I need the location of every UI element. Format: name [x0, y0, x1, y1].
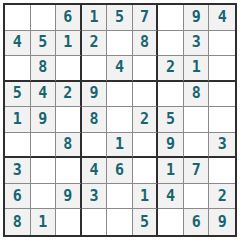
given-digit: 1 [89, 10, 98, 25]
cell-r3c7[interactable]: 2 [158, 56, 184, 82]
cell-r7c8[interactable]: 7 [184, 158, 210, 184]
given-digit: 5 [115, 10, 124, 25]
cell-r8c3[interactable]: 9 [56, 184, 82, 210]
sudoku-board-frame: 6157944512838421542981982581933461769314… [3, 3, 237, 237]
cell-r9c7[interactable] [158, 209, 184, 235]
cell-r6c7[interactable]: 9 [158, 133, 184, 159]
cell-r9c9[interactable]: 9 [209, 209, 235, 235]
cell-r6c5[interactable]: 1 [107, 133, 133, 159]
cell-r6c9[interactable]: 3 [209, 133, 235, 159]
given-digit: 5 [140, 215, 149, 230]
given-digit: 9 [63, 189, 72, 204]
cell-r7c9[interactable] [209, 158, 235, 184]
given-digit: 8 [192, 86, 201, 101]
given-digit: 9 [218, 215, 227, 230]
given-digit: 8 [63, 137, 72, 152]
given-digit: 6 [63, 10, 72, 25]
cell-r1c9[interactable]: 4 [209, 5, 235, 31]
cell-r4c2[interactable]: 4 [31, 82, 57, 108]
cell-r6c3[interactable]: 8 [56, 133, 82, 159]
given-digit: 8 [38, 60, 47, 75]
cell-r8c1[interactable]: 6 [5, 184, 31, 210]
cell-r8c2[interactable] [31, 184, 57, 210]
cell-r8c9[interactable]: 2 [209, 184, 235, 210]
cell-r4c7[interactable] [158, 82, 184, 108]
cell-r9c6[interactable]: 5 [133, 209, 159, 235]
cell-r9c4[interactable] [82, 209, 108, 235]
given-digit: 9 [89, 86, 98, 101]
cell-r6c6[interactable] [133, 133, 159, 159]
cell-r2c4[interactable]: 2 [82, 31, 108, 57]
given-digit: 6 [192, 215, 201, 230]
given-digit: 8 [89, 112, 98, 127]
cell-r1c4[interactable]: 1 [82, 5, 108, 31]
cell-r4c4[interactable]: 9 [82, 82, 108, 108]
cell-r1c1[interactable] [5, 5, 31, 31]
cell-r6c4[interactable] [82, 133, 108, 159]
given-digit: 4 [89, 163, 98, 178]
given-digit: 4 [115, 60, 124, 75]
cell-r3c1[interactable] [5, 56, 31, 82]
cell-r7c3[interactable] [56, 158, 82, 184]
given-digit: 4 [166, 189, 175, 204]
cell-r7c1[interactable]: 3 [5, 158, 31, 184]
cell-r5c5[interactable] [107, 107, 133, 133]
given-digit: 4 [13, 35, 22, 50]
cell-r9c2[interactable]: 1 [31, 209, 57, 235]
given-digit: 2 [89, 35, 98, 50]
given-digit: 8 [13, 215, 22, 230]
cell-r2c5[interactable] [107, 31, 133, 57]
cell-r4c8[interactable]: 8 [184, 82, 210, 108]
cell-r9c3[interactable] [56, 209, 82, 235]
given-digit: 1 [63, 35, 72, 50]
cell-r8c6[interactable]: 1 [133, 184, 159, 210]
cell-r5c1[interactable]: 1 [5, 107, 31, 133]
cell-r2c2[interactable]: 5 [31, 31, 57, 57]
cell-r4c6[interactable] [133, 82, 159, 108]
cell-r6c8[interactable] [184, 133, 210, 159]
cell-r7c6[interactable] [133, 158, 159, 184]
cell-r7c4[interactable]: 4 [82, 158, 108, 184]
cell-r1c5[interactable]: 5 [107, 5, 133, 31]
cell-r3c3[interactable] [56, 56, 82, 82]
cell-r4c5[interactable] [107, 82, 133, 108]
cell-r3c4[interactable] [82, 56, 108, 82]
given-digit: 8 [140, 35, 149, 50]
cell-r8c4[interactable]: 3 [82, 184, 108, 210]
cell-r7c7[interactable]: 1 [158, 158, 184, 184]
cell-r1c6[interactable]: 7 [133, 5, 159, 31]
cell-r9c8[interactable]: 6 [184, 209, 210, 235]
given-digit: 5 [166, 112, 175, 127]
cell-r4c3[interactable]: 2 [56, 82, 82, 108]
cell-r1c7[interactable] [158, 5, 184, 31]
cell-r3c6[interactable] [133, 56, 159, 82]
cell-r9c1[interactable]: 8 [5, 209, 31, 235]
cell-r2c1[interactable]: 4 [5, 31, 31, 57]
given-digit: 9 [166, 137, 175, 152]
cell-r2c9[interactable] [209, 31, 235, 57]
cell-r3c5[interactable]: 4 [107, 56, 133, 82]
cell-r5c4[interactable]: 8 [82, 107, 108, 133]
given-digit: 7 [192, 163, 201, 178]
given-digit: 4 [38, 86, 47, 101]
cell-r5c9[interactable] [209, 107, 235, 133]
cell-r1c8[interactable]: 9 [184, 5, 210, 31]
given-digit: 6 [115, 163, 124, 178]
cell-r7c5[interactable]: 6 [107, 158, 133, 184]
given-digit: 1 [140, 189, 149, 204]
given-digit: 7 [140, 10, 149, 25]
cell-r4c9[interactable] [209, 82, 235, 108]
sudoku-board: 6157944512838421542981982581933461769314… [5, 5, 235, 235]
cell-r3c8[interactable]: 1 [184, 56, 210, 82]
given-digit: 6 [13, 189, 22, 204]
cell-r2c7[interactable] [158, 31, 184, 57]
given-digit: 4 [218, 10, 227, 25]
cell-r5c3[interactable] [56, 107, 82, 133]
cell-r5c8[interactable] [184, 107, 210, 133]
given-digit: 3 [13, 163, 22, 178]
given-digit: 5 [38, 35, 47, 50]
cell-r6c2[interactable] [31, 133, 57, 159]
cell-r2c6[interactable]: 8 [133, 31, 159, 57]
given-digit: 1 [166, 163, 175, 178]
given-digit: 2 [140, 112, 149, 127]
cell-r5c2[interactable]: 9 [31, 107, 57, 133]
given-digit: 1 [192, 60, 201, 75]
cell-r2c8[interactable]: 3 [184, 31, 210, 57]
cell-r3c9[interactable] [209, 56, 235, 82]
cell-r1c2[interactable] [31, 5, 57, 31]
given-digit: 9 [192, 10, 201, 25]
given-digit: 2 [166, 60, 175, 75]
cell-r8c5[interactable] [107, 184, 133, 210]
cell-r4c1[interactable]: 5 [5, 82, 31, 108]
cell-r2c3[interactable]: 1 [56, 31, 82, 57]
given-digit: 2 [218, 189, 227, 204]
cell-r9c5[interactable] [107, 209, 133, 235]
given-digit: 3 [218, 137, 227, 152]
given-digit: 5 [13, 86, 22, 101]
given-digit: 1 [13, 112, 22, 127]
given-digit: 9 [38, 112, 47, 127]
cell-r8c7[interactable]: 4 [158, 184, 184, 210]
given-digit: 1 [38, 215, 47, 230]
given-digit: 1 [115, 137, 124, 152]
cell-r6c1[interactable] [5, 133, 31, 159]
given-digit: 2 [63, 86, 72, 101]
cell-r3c2[interactable]: 8 [31, 56, 57, 82]
cell-r5c7[interactable]: 5 [158, 107, 184, 133]
given-digit: 3 [192, 35, 201, 50]
cell-r5c6[interactable]: 2 [133, 107, 159, 133]
cell-r8c8[interactable] [184, 184, 210, 210]
cell-r1c3[interactable]: 6 [56, 5, 82, 31]
cell-r7c2[interactable] [31, 158, 57, 184]
given-digit: 3 [89, 189, 98, 204]
